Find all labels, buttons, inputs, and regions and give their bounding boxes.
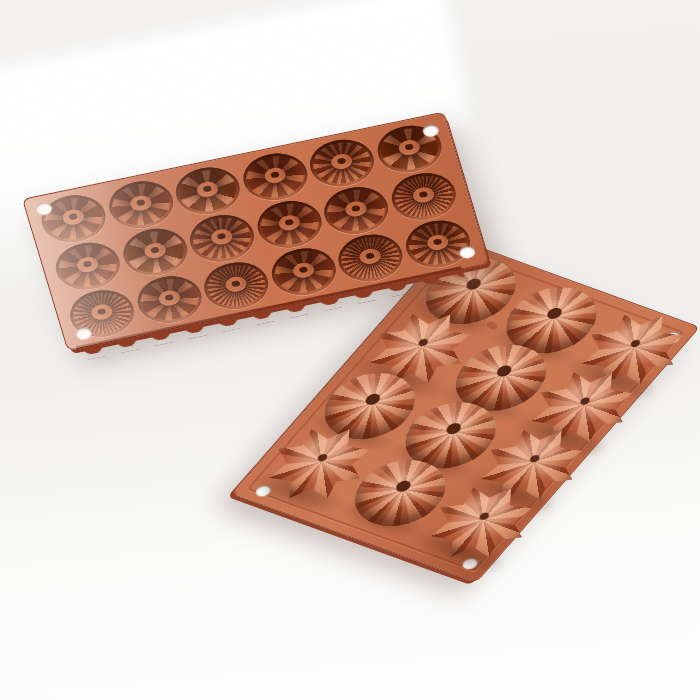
mold-cavity-ribbed — [386, 168, 462, 226]
mold-cavity-star — [252, 195, 328, 253]
mold-cavity-swirl — [400, 215, 476, 273]
mold-cavity-star — [266, 243, 342, 301]
mold-cavity-swirl — [304, 134, 380, 192]
product-photo-scene — [0, 0, 700, 700]
mold-cavity-star — [237, 148, 313, 206]
mold-cavity-star — [36, 190, 112, 248]
mold-cavity-crystal — [170, 162, 246, 220]
mold-cavity-star — [50, 237, 126, 295]
bump-grid — [455, 239, 699, 327]
mold-cavity-crystal — [117, 223, 193, 281]
mold-cavity-star — [318, 182, 394, 240]
mold-cavity-ribbed — [198, 257, 274, 315]
mold-cavity-star — [103, 176, 179, 234]
mold-cavity-ribbed — [333, 229, 409, 287]
mold-cavity-star — [132, 271, 208, 329]
mold-cavity-swirl — [184, 209, 260, 267]
